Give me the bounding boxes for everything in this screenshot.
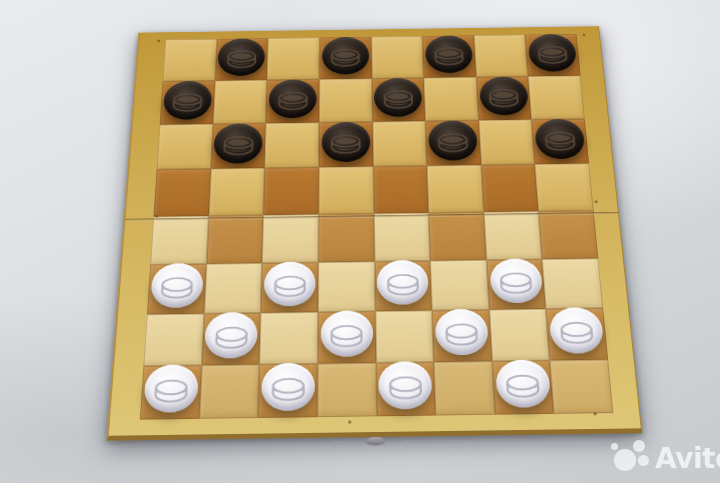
square-h1[interactable] [550,359,613,413]
board-clasp [366,437,383,444]
draughts-man-glyph: ⛂ [486,79,521,113]
white-piece[interactable]: ⛀ [150,263,204,308]
white-piece[interactable]: ⛀ [204,312,258,359]
draughts-man-glyph: ⛀ [329,314,365,355]
square-f8[interactable]: ⛂ [422,35,476,78]
square-e3[interactable]: ⛀ [374,260,432,311]
board-perspective: ⛂⛂⛂⛂⛂⛂⛂⛂⛂⛂⛂⛂⛀⛀⛀⛀⛀⛀⛀⛀⛀⛀⛀⛀ [106,26,642,440]
square-f7[interactable] [424,77,479,121]
draughts-man-glyph: ⛂ [432,37,466,70]
draughts-man-glyph: ⛂ [170,83,204,117]
logo-dot [611,443,618,450]
square-f4[interactable] [429,212,487,261]
draughts-man-glyph: ⛀ [152,368,191,410]
black-piece[interactable]: ⛂ [528,34,578,72]
white-piece[interactable]: ⛀ [320,311,373,358]
nail-hole [348,420,351,423]
draughts-man-glyph: ⛀ [443,312,480,353]
draughts-man-glyph: ⛀ [270,366,307,408]
square-a6[interactable] [157,124,213,170]
nail-hole [583,33,586,35]
white-piece[interactable]: ⛀ [495,360,551,408]
white-piece[interactable]: ⛀ [143,365,199,413]
square-e4[interactable] [374,212,431,261]
square-f3[interactable] [430,260,489,311]
square-d5[interactable] [319,167,374,214]
draughts-man-glyph: ⛂ [535,36,570,69]
square-f5[interactable] [427,165,484,212]
black-piece[interactable]: ⛂ [162,81,212,120]
black-piece[interactable]: ⛂ [269,79,317,118]
draughts-man-glyph: ⛂ [436,123,471,159]
square-d3[interactable] [318,261,375,312]
square-e1[interactable]: ⛀ [376,362,436,416]
black-piece[interactable]: ⛂ [217,38,265,76]
draughts-man-glyph: ⛂ [221,126,255,162]
draughts-man-glyph: ⛀ [387,364,424,406]
board-wrapper: ⛂⛂⛂⛂⛂⛂⛂⛂⛂⛂⛂⛂⛀⛀⛀⛀⛀⛀⛀⛀⛀⛀⛀⛀ [100,0,643,441]
draughts-man-glyph: ⛀ [158,266,195,305]
draughts-man-glyph: ⛀ [503,363,542,405]
white-piece[interactable]: ⛀ [549,308,605,355]
logo-dot [638,455,649,466]
draughts-man-glyph: ⛀ [213,315,250,356]
square-g4[interactable] [484,211,543,260]
square-e2[interactable] [375,310,434,362]
square-f2[interactable]: ⛀ [432,309,492,361]
draughts-man-glyph: ⛀ [497,261,534,300]
square-g6[interactable] [478,120,535,166]
square-g5[interactable] [481,165,539,212]
draughts-man-glyph: ⛂ [382,80,415,114]
white-piece[interactable]: ⛀ [377,260,429,305]
square-d8[interactable]: ⛂ [319,37,371,80]
square-e7[interactable]: ⛂ [372,78,426,122]
draughts-man-glyph: ⛂ [329,124,362,160]
black-piece[interactable]: ⛂ [321,122,370,163]
nail-hole [158,39,161,41]
square-b7[interactable] [213,80,267,124]
square-c3[interactable]: ⛀ [261,262,318,313]
square-d1[interactable] [317,363,376,417]
square-a2[interactable] [143,313,204,366]
nail-hole [155,215,158,218]
white-piece[interactable]: ⛀ [264,262,316,307]
draughts-man-glyph: ⛀ [272,264,308,303]
square-e8[interactable] [371,36,424,79]
square-c8[interactable] [267,37,320,80]
square-d6[interactable]: ⛂ [319,122,373,168]
draughts-man-glyph: ⛀ [557,310,596,351]
draughts-man-glyph: ⛂ [225,40,258,73]
square-b6[interactable]: ⛂ [211,123,266,169]
photo-backdrop: ⛂⛂⛂⛂⛂⛂⛂⛂⛂⛂⛂⛂⛀⛀⛀⛀⛀⛀⛀⛀⛀⛀⛀⛀ Avito [0,0,720,483]
square-d4[interactable] [318,213,374,262]
square-a1[interactable]: ⛀ [140,365,202,420]
square-a3[interactable]: ⛀ [147,264,206,315]
white-piece[interactable]: ⛀ [378,362,432,410]
square-a7[interactable]: ⛂ [160,81,215,125]
white-piece[interactable]: ⛀ [435,309,489,356]
square-h3[interactable] [542,258,603,309]
black-piece[interactable]: ⛂ [374,78,423,117]
square-f1[interactable] [434,361,495,415]
square-e6[interactable] [372,121,427,167]
avito-watermark: Avito [610,439,720,475]
nail-hole [594,201,597,204]
checkers-board: ⛂⛂⛂⛂⛂⛂⛂⛂⛂⛂⛂⛂⛀⛀⛀⛀⛀⛀⛀⛀⛀⛀⛀⛀ [106,26,642,440]
square-h6[interactable]: ⛂ [532,119,589,165]
black-piece[interactable]: ⛂ [479,76,529,115]
square-b4[interactable] [206,215,263,264]
logo-dot [614,449,636,471]
black-piece[interactable]: ⛂ [213,123,263,164]
square-g2[interactable] [489,309,550,361]
square-e5[interactable] [373,166,429,213]
board-grid: ⛂⛂⛂⛂⛂⛂⛂⛂⛂⛂⛂⛂⛀⛀⛀⛀⛀⛀⛀⛀⛀⛀⛀⛀ [140,34,614,420]
square-g7[interactable]: ⛂ [476,76,532,120]
draughts-man-glyph: ⛂ [276,81,309,115]
draughts-man-glyph: ⛂ [542,121,578,156]
square-d7[interactable] [319,79,372,123]
black-piece[interactable]: ⛂ [425,35,474,73]
draughts-man-glyph: ⛂ [329,39,361,72]
draughts-man-glyph: ⛀ [385,263,421,302]
white-piece[interactable]: ⛀ [489,259,543,304]
square-c5[interactable] [263,168,318,215]
logo-dot [633,440,645,452]
black-piece[interactable]: ⛂ [322,36,369,74]
square-b5[interactable] [208,168,264,215]
square-b1[interactable] [199,364,260,418]
square-g1[interactable]: ⛀ [492,360,554,414]
square-c6[interactable] [265,123,319,169]
square-a4[interactable] [150,215,208,264]
square-b8[interactable]: ⛂ [215,38,268,81]
square-c7[interactable]: ⛂ [266,79,319,123]
square-h4[interactable] [539,210,599,259]
square-f6[interactable]: ⛂ [425,120,481,166]
square-c2[interactable] [260,312,318,364]
square-h2[interactable]: ⛀ [546,308,608,360]
square-a5[interactable] [153,169,210,216]
square-h5[interactable] [535,164,594,211]
square-g8[interactable] [474,35,529,78]
square-d2[interactable]: ⛀ [318,311,376,363]
square-c4[interactable] [262,214,318,263]
watermark-text: Avito [655,442,720,475]
black-piece[interactable]: ⛂ [428,120,478,161]
avito-logo-icon [610,439,652,475]
black-piece[interactable]: ⛂ [534,119,586,159]
white-piece[interactable]: ⛀ [261,363,315,411]
square-h7[interactable] [528,76,584,120]
square-a8[interactable] [162,39,216,82]
square-h8[interactable]: ⛂ [525,34,580,77]
square-c1[interactable]: ⛀ [258,364,318,418]
square-b2[interactable]: ⛀ [201,313,260,366]
square-b3[interactable] [204,263,262,314]
square-g3[interactable]: ⛀ [486,259,546,310]
